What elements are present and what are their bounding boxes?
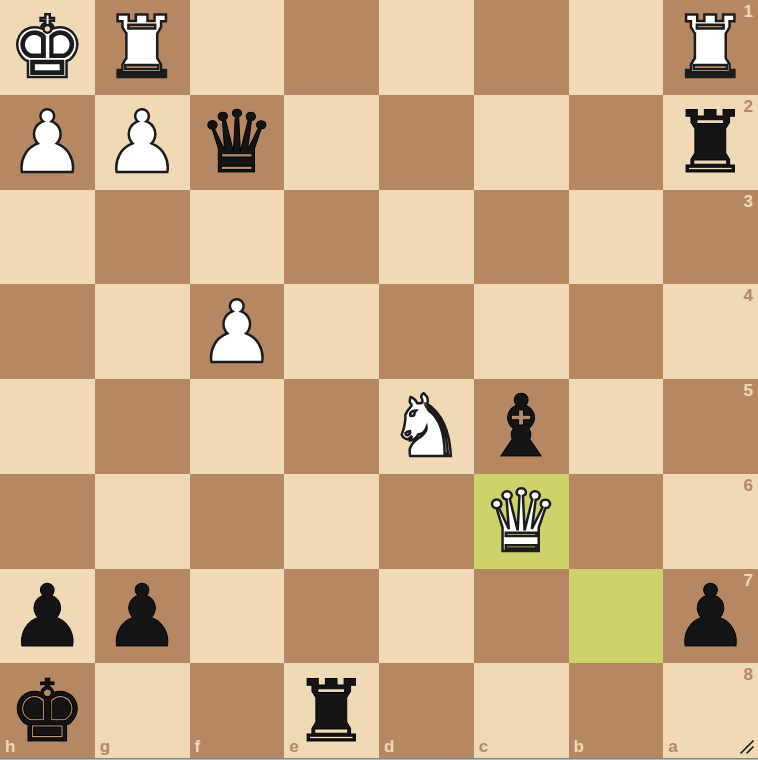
square-h2[interactable]: ♟ bbox=[0, 95, 95, 190]
square-a1[interactable]: ♜1 bbox=[663, 0, 758, 95]
square-b4[interactable] bbox=[569, 284, 664, 379]
square-c1[interactable] bbox=[474, 0, 569, 95]
square-d2[interactable] bbox=[379, 95, 474, 190]
square-e1[interactable] bbox=[284, 0, 379, 95]
square-g6[interactable] bbox=[95, 474, 190, 569]
black-pawn[interactable]: ♟ bbox=[104, 569, 181, 663]
black-rook[interactable]: ♜ bbox=[293, 664, 370, 758]
square-e2[interactable] bbox=[284, 95, 379, 190]
white-rook[interactable]: ♜ bbox=[104, 0, 181, 94]
square-b1[interactable] bbox=[569, 0, 664, 95]
square-d6[interactable] bbox=[379, 474, 474, 569]
square-a4[interactable]: 4 bbox=[663, 284, 758, 379]
rank-label-3: 3 bbox=[744, 192, 753, 212]
square-d1[interactable] bbox=[379, 0, 474, 95]
square-a2[interactable]: ♜2 bbox=[663, 95, 758, 190]
square-f7[interactable] bbox=[190, 569, 285, 664]
square-a7[interactable]: ♟7 bbox=[663, 569, 758, 664]
square-h4[interactable] bbox=[0, 284, 95, 379]
rank-label-1: 1 bbox=[744, 2, 753, 22]
square-a6[interactable]: 6 bbox=[663, 474, 758, 569]
square-c5[interactable]: ♝ bbox=[474, 379, 569, 474]
white-pawn[interactable]: ♟ bbox=[104, 95, 181, 189]
file-label-e: e bbox=[289, 737, 298, 757]
rank-label-4: 4 bbox=[744, 286, 753, 306]
black-bishop[interactable]: ♝ bbox=[483, 379, 560, 473]
rank-label-8: 8 bbox=[744, 665, 753, 685]
file-label-b: b bbox=[574, 737, 584, 757]
square-b2[interactable] bbox=[569, 95, 664, 190]
square-f3[interactable] bbox=[190, 190, 285, 285]
file-label-d: d bbox=[384, 737, 394, 757]
chess-board: ♚♜♜1♟♟♛♜23♟4♞♝5♛6♟♟♟7♚hgf♜edcb8a bbox=[0, 0, 758, 758]
black-rook[interactable]: ♜ bbox=[672, 95, 749, 189]
square-a3[interactable]: 3 bbox=[663, 190, 758, 285]
square-h6[interactable] bbox=[0, 474, 95, 569]
file-label-a: a bbox=[668, 737, 677, 757]
square-g4[interactable] bbox=[95, 284, 190, 379]
square-e8[interactable]: ♜e bbox=[284, 663, 379, 758]
square-a8[interactable]: 8a bbox=[663, 663, 758, 758]
square-c2[interactable] bbox=[474, 95, 569, 190]
square-g1[interactable]: ♜ bbox=[95, 0, 190, 95]
rank-label-2: 2 bbox=[744, 97, 753, 117]
square-g5[interactable] bbox=[95, 379, 190, 474]
square-d7[interactable] bbox=[379, 569, 474, 664]
square-b3[interactable] bbox=[569, 190, 664, 285]
square-f5[interactable] bbox=[190, 379, 285, 474]
square-c7[interactable] bbox=[474, 569, 569, 664]
square-d5[interactable]: ♞ bbox=[379, 379, 474, 474]
black-pawn[interactable]: ♟ bbox=[672, 569, 749, 663]
file-label-h: h bbox=[5, 737, 15, 757]
square-b6[interactable] bbox=[569, 474, 664, 569]
square-b8[interactable]: b bbox=[569, 663, 664, 758]
square-c6[interactable]: ♛ bbox=[474, 474, 569, 569]
square-h1[interactable]: ♚ bbox=[0, 0, 95, 95]
square-f2[interactable]: ♛ bbox=[190, 95, 285, 190]
square-d8[interactable]: d bbox=[379, 663, 474, 758]
square-f4[interactable]: ♟ bbox=[190, 284, 285, 379]
file-label-c: c bbox=[479, 737, 488, 757]
square-b7[interactable] bbox=[569, 569, 664, 664]
square-e5[interactable] bbox=[284, 379, 379, 474]
black-queen[interactable]: ♛ bbox=[198, 95, 275, 189]
square-h5[interactable] bbox=[0, 379, 95, 474]
resize-handle-icon[interactable] bbox=[739, 739, 755, 755]
square-e6[interactable] bbox=[284, 474, 379, 569]
square-h3[interactable] bbox=[0, 190, 95, 285]
rank-label-5: 5 bbox=[744, 381, 753, 401]
square-c3[interactable] bbox=[474, 190, 569, 285]
file-label-f: f bbox=[195, 737, 201, 757]
square-a5[interactable]: 5 bbox=[663, 379, 758, 474]
file-label-g: g bbox=[100, 737, 110, 757]
square-c4[interactable] bbox=[474, 284, 569, 379]
square-h7[interactable]: ♟ bbox=[0, 569, 95, 664]
black-pawn[interactable]: ♟ bbox=[9, 569, 86, 663]
square-g8[interactable]: g bbox=[95, 663, 190, 758]
white-queen[interactable]: ♛ bbox=[483, 474, 560, 568]
square-d4[interactable] bbox=[379, 284, 474, 379]
rank-label-7: 7 bbox=[744, 571, 753, 591]
square-e3[interactable] bbox=[284, 190, 379, 285]
square-f1[interactable] bbox=[190, 0, 285, 95]
rank-label-6: 6 bbox=[744, 476, 753, 496]
square-g3[interactable] bbox=[95, 190, 190, 285]
white-rook[interactable]: ♜ bbox=[672, 0, 749, 94]
square-f8[interactable]: f bbox=[190, 663, 285, 758]
square-g7[interactable]: ♟ bbox=[95, 569, 190, 664]
white-king[interactable]: ♚ bbox=[9, 0, 86, 94]
white-pawn[interactable]: ♟ bbox=[9, 95, 86, 189]
square-h8[interactable]: ♚h bbox=[0, 663, 95, 758]
square-g2[interactable]: ♟ bbox=[95, 95, 190, 190]
square-f6[interactable] bbox=[190, 474, 285, 569]
square-d3[interactable] bbox=[379, 190, 474, 285]
square-c8[interactable]: c bbox=[474, 663, 569, 758]
square-e4[interactable] bbox=[284, 284, 379, 379]
white-knight[interactable]: ♞ bbox=[388, 379, 465, 473]
white-pawn[interactable]: ♟ bbox=[198, 285, 275, 379]
square-e7[interactable] bbox=[284, 569, 379, 664]
square-b5[interactable] bbox=[569, 379, 664, 474]
black-king[interactable]: ♚ bbox=[9, 664, 86, 758]
